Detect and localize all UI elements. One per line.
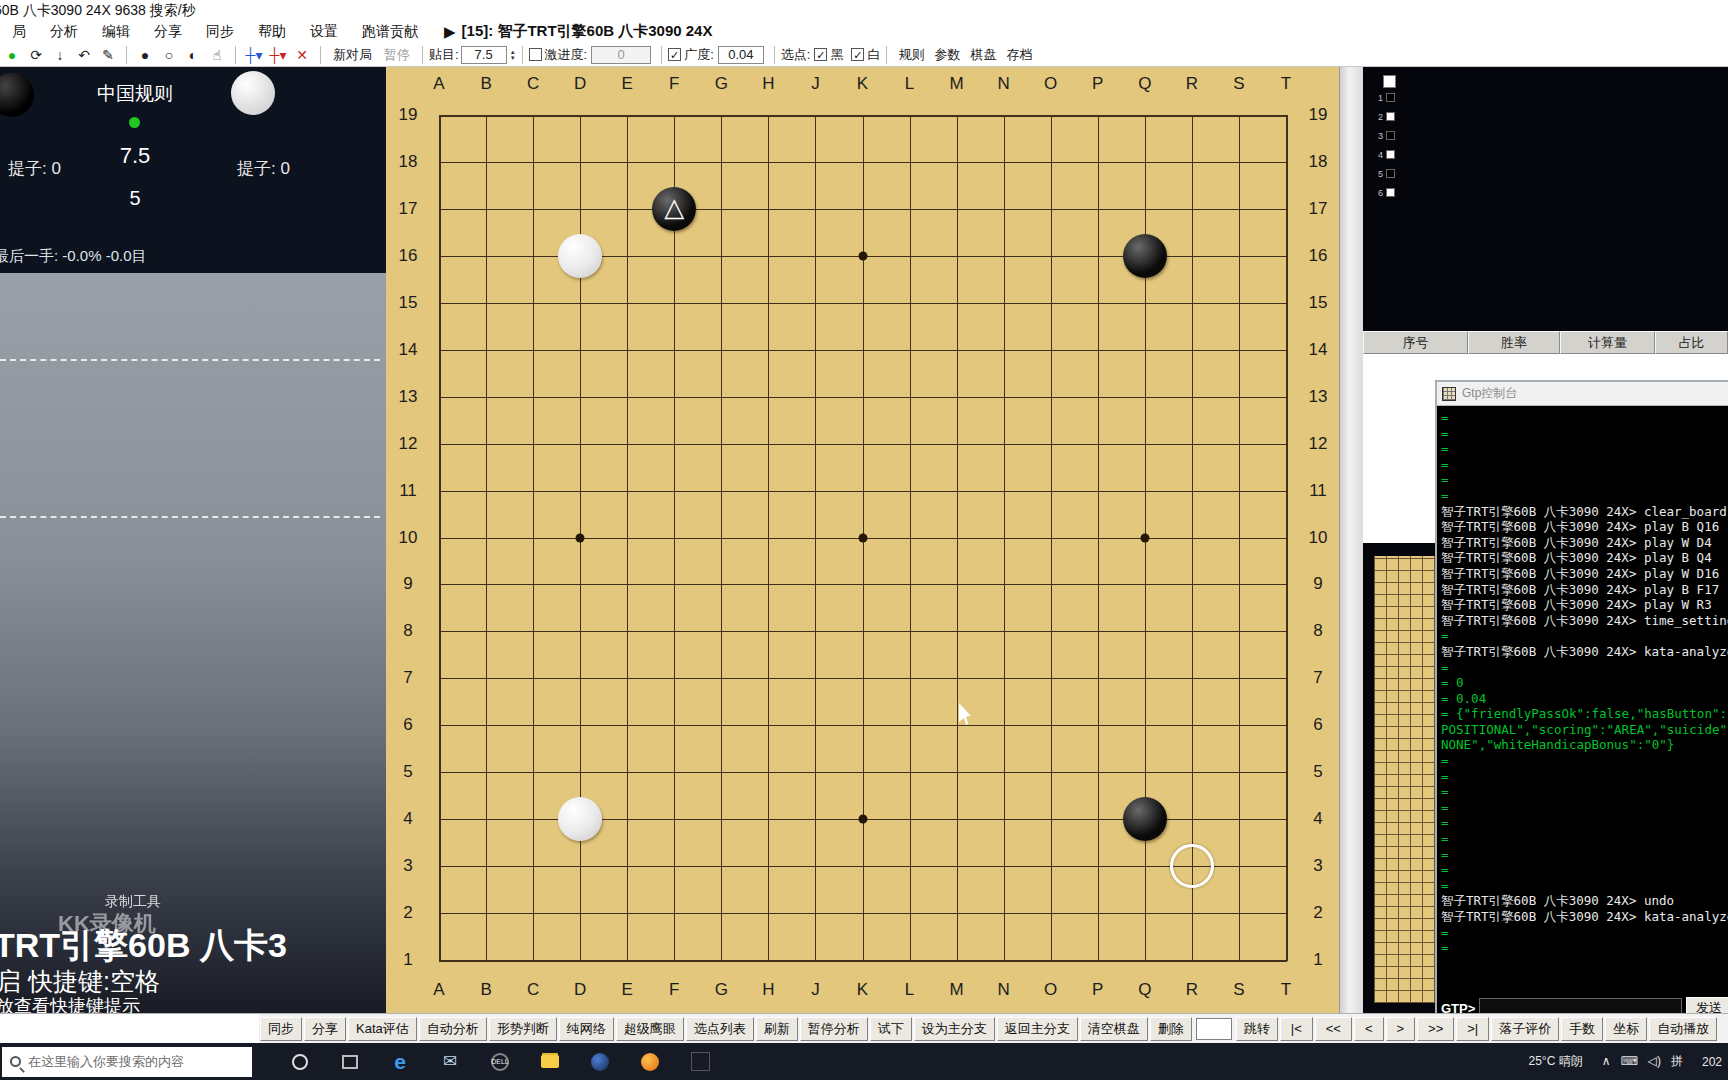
app-orange-icon[interactable] — [638, 1050, 662, 1074]
points-black-checkbox[interactable]: ✓ — [814, 48, 827, 61]
col-label-top: B — [480, 74, 491, 94]
col-label-top: M — [950, 74, 964, 94]
toolbar-link-存档[interactable]: 存档 — [1006, 46, 1032, 64]
nav-button-1[interactable]: << — [1315, 1017, 1352, 1041]
row-label-right: 4 — [1313, 809, 1322, 829]
toolbar-separator — [661, 46, 662, 64]
black-stone-icon[interactable]: ● — [135, 47, 155, 63]
move-tree-node-6[interactable] — [1386, 188, 1395, 197]
menu-bar: 局分析编辑分享同步帮助设置跑谱贡献 ▶ [15]: 智子TRT引擎60B 八卡3… — [0, 20, 1728, 43]
col-label-bottom: L — [905, 980, 914, 1000]
bottom-button-超级鹰眼[interactable]: 超级鹰眼 — [616, 1017, 684, 1041]
menu-item-局[interactable]: 局 — [0, 23, 38, 39]
move-tree-number: 2 — [1371, 112, 1383, 122]
move-tree-number: 1 — [1371, 93, 1383, 103]
row-label-right: 19 — [1309, 105, 1328, 125]
grid-vline — [1004, 115, 1005, 961]
row-label-right: 1 — [1313, 950, 1322, 970]
col-label-top: T — [1281, 74, 1291, 94]
black-stone-Q4[interactable] — [1123, 797, 1167, 841]
taskbar-search[interactable]: 在这里输入你要搜索的内容 — [2, 1047, 252, 1077]
half-stone-icon[interactable]: ◐ — [183, 47, 203, 63]
pencil-icon[interactable]: ✎ — [98, 47, 118, 63]
row-label-left: 6 — [403, 715, 412, 735]
col-label-bottom: N — [998, 980, 1010, 1000]
table-header-胜率[interactable]: 胜率 — [1468, 331, 1560, 354]
gtp-response-line: = — [1441, 410, 1728, 426]
last-move-info: 最后一手: -0.0% -0.0目 — [0, 247, 147, 266]
col-label-top: F — [669, 74, 679, 94]
gtp-response-line: = — [1441, 753, 1728, 769]
rules-label: 中国规则 — [0, 81, 270, 107]
white-stone-icon[interactable]: ○ — [159, 47, 179, 63]
move-tree-number: 3 — [1371, 131, 1383, 141]
star-point-D10 — [576, 533, 585, 542]
col-label-bottom: G — [715, 980, 728, 1000]
row-label-left: 1 — [403, 950, 412, 970]
row-label-right: 17 — [1309, 199, 1328, 219]
blue-cross-tool-icon[interactable]: ┼▾ — [244, 47, 264, 63]
points-white-label: 白 — [867, 46, 880, 64]
toolbar-separator — [320, 46, 321, 64]
row-label-left: 11 — [399, 481, 417, 501]
grid-hline — [439, 725, 1287, 726]
nav-button-3[interactable]: > — [1386, 1017, 1416, 1041]
menu-item-跑谱贡献[interactable]: 跑谱贡献 — [350, 23, 430, 39]
col-label-top: R — [1186, 74, 1198, 94]
graph-dashline-upper — [0, 359, 380, 361]
points-black-label: 黑 — [830, 46, 843, 64]
col-label-top: P — [1092, 74, 1103, 94]
grid-hline — [439, 913, 1287, 914]
windows-taskbar: 在这里输入你要搜索的内容 e✉DELL 25°C 晴朗 ∧⌨◁)拼 202 — [0, 1043, 1728, 1080]
table-header-序号[interactable]: 序号 — [1363, 331, 1468, 354]
komi-spinner[interactable]: ▲▼ — [510, 49, 516, 61]
col-label-top: S — [1233, 74, 1244, 94]
undo-icon[interactable]: ↶ — [74, 47, 94, 63]
bottom-button-刷新[interactable]: 刷新 — [756, 1017, 798, 1041]
col-label-bottom: A — [433, 980, 444, 1000]
bottom-button-坐标[interactable]: 坐标 — [1605, 1017, 1647, 1041]
gtp-command-line: 智子TRT引擎60B 八卡3090 24X> play W D4 — [1441, 535, 1728, 551]
table-header-计算量[interactable]: 计算量 — [1560, 331, 1655, 354]
grid-vline — [1239, 115, 1240, 961]
star-point-K4 — [858, 815, 867, 824]
tray-glyph-1[interactable]: ⌨ — [1620, 1054, 1637, 1068]
gtp-response-line: = 0 — [1441, 675, 1728, 691]
col-label-bottom: J — [811, 980, 820, 1000]
row-label-left: 4 — [403, 809, 412, 829]
komi-input[interactable]: 7.5 — [461, 46, 507, 64]
grid-vline — [910, 115, 911, 961]
gtp-response-line: NONE","whiteHandicapBonus":"0"} — [1441, 737, 1728, 753]
menu-item-分享[interactable]: 分享 — [142, 23, 194, 39]
col-label-top: C — [527, 74, 539, 94]
gtp-console-titlebar[interactable]: Gtp控制台 — [1437, 382, 1728, 406]
move-tree-number: 5 — [1371, 169, 1383, 179]
toolbar-separator — [422, 46, 423, 64]
grid-vline — [1192, 115, 1193, 961]
gtp-response-line: = — [1441, 628, 1728, 644]
aggressiveness-input[interactable]: 0 — [591, 46, 651, 64]
move-tree-node-row[interactable]: 3 — [1371, 126, 1396, 145]
aggressiveness-label: 激进度: — [545, 46, 588, 64]
gtp-response-line: = — [1441, 815, 1728, 831]
taskbar-clock[interactable]: 202 — [1702, 1055, 1728, 1069]
grid-vline — [1286, 115, 1288, 961]
col-label-bottom: C — [527, 980, 539, 1000]
toolbar-separator — [126, 46, 127, 64]
gtp-command-line: 智子TRT引擎60B 八卡3090 24X> time_settings 0 1… — [1441, 613, 1728, 629]
points-white-checkbox[interactable]: ✓ — [851, 48, 864, 61]
row-label-left: 19 — [399, 105, 418, 125]
move-tree-node-5[interactable] — [1386, 169, 1395, 178]
row-label-right: 5 — [1313, 762, 1322, 782]
row-label-right: 10 — [1309, 528, 1328, 548]
gtp-response-line: = — [1441, 847, 1728, 863]
down-arrow-icon[interactable]: ↓ — [50, 47, 70, 63]
komi-label: 贴目: — [429, 46, 459, 64]
weather-text: 25°C 晴朗 — [1528, 1053, 1582, 1070]
row-label-right: 9 — [1313, 574, 1322, 594]
row-label-left: 7 — [403, 668, 412, 688]
row-label-right: 7 — [1313, 668, 1322, 688]
black-stone-F17[interactable]: △ — [652, 187, 696, 231]
gtp-command-line: 智子TRT引擎60B 八卡3090 24X> clear_board — [1441, 504, 1728, 520]
dell-icon[interactable]: DELL — [488, 1050, 512, 1074]
toolbar-separator — [774, 46, 775, 64]
aggressiveness-checkbox[interactable] — [529, 48, 542, 61]
width-checkbox[interactable]: ✓ — [668, 48, 681, 61]
grid-hline — [439, 584, 1287, 585]
row-label-left: 17 — [399, 199, 418, 219]
row-label-right: 8 — [1313, 621, 1322, 641]
winrate-graph-area — [0, 273, 386, 1013]
gtp-command-line: 智子TRT引擎60B 八卡3090 24X> play B Q4 — [1441, 550, 1728, 566]
row-label-left: 16 — [399, 246, 418, 266]
row-label-left: 9 — [403, 574, 412, 594]
move-tree-number: 4 — [1371, 150, 1383, 160]
gtp-command-line: 智子TRT引擎60B 八卡3090 24X> play W D16 — [1441, 566, 1728, 582]
toolbar-separator — [522, 46, 523, 64]
bottom-button-设为主分支[interactable]: 设为主分支 — [914, 1017, 995, 1041]
width-label: 广度: — [684, 46, 714, 64]
toolbar-link-参数[interactable]: 参数 — [934, 46, 960, 64]
move-tree-node-row[interactable]: 1 — [1371, 88, 1396, 107]
grid-hline — [439, 631, 1287, 632]
bottom-button-暂停分析[interactable]: 暂停分析 — [800, 1017, 868, 1041]
left-info-panel: 中国规则 7.5 5 提子: 0 提子: 0 最后一手: -0.0% -0.0目… — [0, 67, 386, 1013]
col-label-bottom: Q — [1138, 980, 1151, 1000]
bottom-toolbar: 同步分享Kata评估自动分析形势判断纯网络超级鹰眼选点列表刷新暂停分析试下设为主… — [0, 1013, 1728, 1043]
col-label-top: N — [998, 74, 1010, 94]
explorer-icon[interactable] — [538, 1050, 562, 1074]
hover-ghost-stone-R3[interactable] — [1170, 844, 1214, 888]
gtp-response-line: = — [1441, 472, 1728, 488]
row-label-right: 14 — [1309, 340, 1328, 360]
col-label-bottom: S — [1233, 980, 1244, 1000]
window-title: 60B 八卡3090 24X 9638 搜索/秒 — [0, 2, 196, 20]
jump-input[interactable] — [1196, 1018, 1232, 1040]
mail-icon[interactable]: ✉ — [438, 1050, 462, 1074]
move-tree-node-3[interactable] — [1386, 131, 1395, 140]
row-label-left: 14 — [399, 340, 418, 360]
move-tree-node-row[interactable]: 2 — [1371, 107, 1396, 126]
row-label-right: 6 — [1313, 715, 1322, 735]
points-label: 选点: — [781, 46, 811, 64]
gtp-console-window: Gtp控制台 ======智子TRT引擎60B 八卡3090 24X> clea… — [1435, 380, 1728, 1025]
delete-mark-icon[interactable]: ✕ — [292, 47, 312, 63]
row-label-right: 18 — [1309, 152, 1328, 172]
row-label-right: 11 — [1309, 481, 1327, 501]
gtp-response-line: = — [1441, 831, 1728, 847]
row-label-right: 15 — [1309, 293, 1328, 313]
panel-divider[interactable] — [1339, 67, 1363, 1013]
gtp-command-line: 智子TRT引擎60B 八卡3090 24X> play B F17 — [1441, 582, 1728, 598]
grid-vline — [957, 115, 958, 961]
menu-item-设置[interactable]: 设置 — [298, 23, 350, 39]
gtp-response-line: = — [1441, 457, 1728, 473]
gtp-command-line: 智子TRT引擎60B 八卡3090 24X> kata-analyze W 10 — [1441, 909, 1728, 925]
nav-button-2[interactable]: < — [1354, 1017, 1384, 1041]
graph-dashline-lower — [0, 516, 380, 518]
last-move-triangle-marker: △ — [664, 194, 684, 220]
gtp-command-line: 智子TRT引擎60B 八卡3090 24X> kata-analyze B 10 — [1441, 644, 1728, 660]
search-placeholder: 在这里输入你要搜索的内容 — [28, 1053, 184, 1071]
col-label-bottom: M — [950, 980, 964, 1000]
black-captures: 提子: 0 — [8, 157, 61, 180]
col-label-top: O — [1044, 74, 1057, 94]
move-count: 5 — [0, 187, 270, 210]
col-label-bottom: O — [1044, 980, 1057, 1000]
new-game-button[interactable]: 新对局 — [333, 46, 372, 64]
gtp-response-line: = — [1441, 925, 1728, 941]
toolbar-separator — [886, 46, 887, 64]
col-label-top: D — [574, 74, 586, 94]
col-label-bottom: E — [622, 980, 633, 1000]
tray-glyph-2[interactable]: ◁) — [1648, 1054, 1661, 1068]
grid-hline — [439, 866, 1287, 867]
star-point-K10 — [858, 533, 867, 542]
gtp-response-line: POSITIONAL","scoring":"AREA","suicide":t… — [1441, 722, 1728, 738]
goboard-icon[interactable] — [688, 1050, 712, 1074]
gtp-response-line: = — [1441, 800, 1728, 816]
grid-hline — [439, 960, 1287, 962]
col-label-top: Q — [1138, 74, 1151, 94]
edge-icon[interactable]: e — [388, 1050, 412, 1074]
nav-button-4[interactable]: >> — [1417, 1017, 1454, 1041]
toolbar-link-规则[interactable]: 规则 — [898, 46, 924, 64]
current-game-title: ▶ [15]: 智子TRT引擎60B 八卡3090 24X — [444, 22, 712, 41]
mini-board-strip — [1374, 556, 1437, 1003]
gtp-command-line: 智子TRT引擎60B 八卡3090 24X> undo — [1441, 893, 1728, 909]
grid-hline — [439, 772, 1287, 773]
row-label-right: 13 — [1309, 387, 1328, 407]
taskview-icon[interactable] — [338, 1050, 362, 1074]
menu-items: 局分析编辑分享同步帮助设置跑谱贡献 — [0, 23, 430, 41]
col-label-bottom: T — [1281, 980, 1291, 1000]
overlay-big-title: TRT引擎60B 八卡3 — [0, 923, 287, 969]
grid-hline — [439, 678, 1287, 679]
bottom-button-同步[interactable]: 同步 — [260, 1017, 302, 1041]
toolbar-link-棋盘[interactable]: 棋盘 — [970, 46, 996, 64]
icon-toolbar: ●⟳↓↶✎●○◐☝┼▾┼▾✕新对局暂停贴目:7.5▲▼激进度:0✓广度:0.04… — [0, 43, 1728, 67]
bottom-button-试下[interactable]: 试下 — [870, 1017, 912, 1041]
row-label-left: 2 — [403, 903, 412, 923]
gtp-response-line: = — [1441, 940, 1728, 956]
move-tree-node-4[interactable] — [1386, 150, 1395, 159]
row-label-left: 12 — [399, 434, 418, 454]
bottom-button-分享[interactable]: 分享 — [304, 1017, 346, 1041]
row-label-left: 5 — [403, 762, 412, 782]
gtp-console-icon — [1442, 387, 1456, 401]
gtp-response-line: = — [1441, 878, 1728, 894]
nav-button-5[interactable]: >| — [1456, 1017, 1489, 1041]
row-label-left: 15 — [399, 293, 418, 313]
menu-item-分析[interactable]: 分析 — [38, 23, 90, 39]
width-input[interactable]: 0.04 — [718, 46, 764, 64]
gtp-console-log: ======智子TRT引擎60B 八卡3090 24X> clear_board… — [1441, 410, 1728, 991]
bottom-button-落子评价[interactable]: 落子评价 — [1491, 1017, 1559, 1041]
analysis-table-header: 序号胜率计算量占比 — [1363, 331, 1728, 354]
gtp-response-line: = 0.04 — [1441, 691, 1728, 707]
go-board[interactable]: AABBCCDDEEFFGGHHJJKKLLMMNNOOPPQQRRSSTT19… — [386, 67, 1339, 1013]
tray-icons: ∧⌨◁)拼 — [1597, 1053, 1688, 1070]
gtp-response-line: = — [1441, 784, 1728, 800]
gtp-response-line: = — [1441, 426, 1728, 442]
table-header-占比[interactable]: 占比 — [1655, 331, 1728, 354]
gtp-response-line: = — [1441, 862, 1728, 878]
gtp-response-line: = — [1441, 441, 1728, 457]
row-label-left: 8 — [403, 621, 412, 641]
refresh-icon[interactable]: ⟳ — [26, 47, 46, 63]
bottom-button-手数[interactable]: 手数 — [1561, 1017, 1603, 1041]
col-label-top: G — [715, 74, 728, 94]
col-label-top: H — [762, 74, 774, 94]
gtp-console-title: Gtp控制台 — [1462, 385, 1517, 402]
gtp-command-line: 智子TRT引擎60B 八卡3090 24X> play B Q16 — [1441, 519, 1728, 535]
cortana-icon[interactable] — [288, 1050, 312, 1074]
overlay-hint: 放查看快捷键提示 — [0, 994, 140, 1013]
search-icon — [10, 1056, 21, 1067]
bottom-toolbar-spacer — [0, 1014, 259, 1043]
star-point-Q10 — [1140, 533, 1149, 542]
white-stone-D16[interactable] — [558, 234, 602, 278]
row-label-right: 16 — [1309, 246, 1328, 266]
tray-glyph-0[interactable]: ∧ — [1602, 1054, 1611, 1068]
col-label-bottom: F — [669, 980, 679, 1000]
move-tree-number: 6 — [1371, 188, 1383, 198]
col-label-bottom: B — [480, 980, 491, 1000]
row-label-right: 2 — [1313, 903, 1322, 923]
gtp-command-line: 智子TRT引擎60B 八卡3090 24X> play W R3 — [1441, 597, 1728, 613]
row-label-left: 13 — [399, 387, 418, 407]
menu-item-帮助[interactable]: 帮助 — [246, 23, 298, 39]
black-stone-Q16[interactable] — [1123, 234, 1167, 278]
gtp-response-line: = — [1441, 488, 1728, 504]
move-tree-node-2[interactable] — [1386, 112, 1395, 121]
app-blue-icon[interactable] — [588, 1050, 612, 1074]
bottom-button-删除[interactable]: 删除 — [1150, 1017, 1192, 1041]
gtp-response-line: = {"friendlyPassOk":false,"hasButton":fa… — [1441, 706, 1728, 722]
hand-icon[interactable]: ☝ — [207, 47, 227, 63]
bottom-button-清空棋盘[interactable]: 清空棋盘 — [1080, 1017, 1148, 1041]
play-icon[interactable]: ▶ — [444, 23, 456, 41]
col-label-top: L — [905, 74, 914, 94]
move-tree-root-node[interactable] — [1383, 75, 1396, 88]
move-tree-node-row[interactable]: 5 — [1371, 164, 1396, 183]
col-label-bottom: R — [1186, 980, 1198, 1000]
move-tree-node-row[interactable]: 6 — [1371, 183, 1396, 202]
bottom-button-自动播放[interactable]: 自动播放 — [1649, 1017, 1717, 1041]
white-captures: 提子: 0 — [237, 157, 290, 180]
col-label-top: A — [433, 74, 444, 94]
move-tree-node-row[interactable]: 4 — [1371, 145, 1396, 164]
menu-item-编辑[interactable]: 编辑 — [90, 23, 142, 39]
gtp-response-line: = — [1441, 769, 1728, 785]
app-window: 60B 八卡3090 24X 9638 搜索/秒 局分析编辑分享同步帮助设置跑谱… — [0, 0, 1728, 1080]
bottom-button-自动分析[interactable]: 自动分析 — [419, 1017, 487, 1041]
col-label-bottom: K — [857, 980, 868, 1000]
grid-vline — [1051, 115, 1052, 961]
window-titlebar: 60B 八卡3090 24X 9638 搜索/秒 — [0, 0, 1728, 20]
row-label-left: 10 — [399, 528, 418, 548]
move-tree-node-1[interactable] — [1386, 93, 1395, 102]
col-label-bottom: D — [574, 980, 586, 1000]
taskbar-icons: e✉DELL — [288, 1050, 712, 1074]
menu-item-同步[interactable]: 同步 — [194, 23, 246, 39]
nav-button-0[interactable]: |< — [1280, 1017, 1313, 1041]
bottom-button-选点列表[interactable]: 选点列表 — [686, 1017, 754, 1041]
move-tree[interactable]: 123456 — [1371, 75, 1396, 202]
col-label-top: K — [857, 74, 868, 94]
gtp-response-line: = — [1441, 660, 1728, 676]
red-cross-tool-icon[interactable]: ┼▾ — [268, 47, 288, 63]
bottom-button-Kata评估[interactable]: Kata评估 — [348, 1017, 417, 1041]
turn-indicator-dot — [129, 117, 140, 128]
game-title-text: [15]: 智子TRT引擎60B 八卡3090 24X — [462, 22, 713, 41]
col-label-bottom: P — [1092, 980, 1103, 1000]
col-label-bottom: H — [762, 980, 774, 1000]
col-label-top: E — [622, 74, 633, 94]
grid-vline — [1098, 115, 1099, 961]
weather-widget[interactable]: 25°C 晴朗 — [1528, 1053, 1582, 1070]
bottom-button-形势判断[interactable]: 形势判断 — [489, 1017, 557, 1041]
taskbar-tray: 25°C 晴朗 ∧⌨◁)拼 202 — [1528, 1053, 1728, 1070]
white-stone-D4[interactable] — [558, 797, 602, 841]
row-label-left: 3 — [403, 856, 412, 876]
bottom-button-纯网络[interactable]: 纯网络 — [559, 1017, 614, 1041]
row-label-right: 3 — [1313, 856, 1322, 876]
row-label-right: 12 — [1309, 434, 1328, 454]
toolbar-separator — [235, 46, 236, 64]
pause-button[interactable]: 暂停 — [384, 46, 410, 64]
bottom-button-返回主分支[interactable]: 返回主分支 — [997, 1017, 1078, 1041]
record-icon[interactable]: ● — [2, 47, 22, 63]
col-label-top: J — [811, 74, 820, 94]
tray-glyph-3[interactable]: 拼 — [1671, 1054, 1683, 1068]
row-label-left: 18 — [399, 152, 418, 172]
bottom-button-跳转[interactable]: 跳转 — [1236, 1017, 1278, 1041]
star-point-K16 — [858, 251, 867, 260]
